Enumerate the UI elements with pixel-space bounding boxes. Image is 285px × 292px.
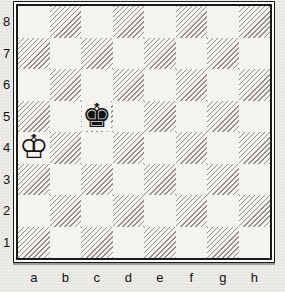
square-b6[interactable] bbox=[50, 69, 82, 101]
square-e8[interactable] bbox=[144, 6, 176, 38]
file-label-h: h bbox=[239, 270, 271, 289]
file-label-f: f bbox=[176, 270, 208, 289]
square-f8[interactable] bbox=[176, 6, 208, 38]
file-label-e: e bbox=[144, 270, 176, 289]
square-g2[interactable] bbox=[207, 195, 239, 227]
square-a1[interactable] bbox=[18, 227, 50, 259]
square-h5[interactable] bbox=[239, 101, 271, 133]
square-h8[interactable] bbox=[239, 6, 271, 38]
square-g5[interactable] bbox=[207, 101, 239, 133]
rank-label-2: 2 bbox=[0, 195, 13, 227]
square-f2[interactable] bbox=[176, 195, 208, 227]
board-border: ♚♔ bbox=[13, 1, 275, 263]
square-g7[interactable] bbox=[207, 38, 239, 70]
square-h1[interactable] bbox=[239, 227, 271, 259]
square-f5[interactable] bbox=[176, 101, 208, 133]
square-c7[interactable] bbox=[81, 38, 113, 70]
square-c2[interactable] bbox=[81, 195, 113, 227]
file-label-b: b bbox=[50, 270, 82, 289]
square-g4[interactable] bbox=[207, 132, 239, 164]
square-h3[interactable] bbox=[239, 164, 271, 196]
square-d7[interactable] bbox=[113, 38, 145, 70]
black-king[interactable]: ♚ bbox=[82, 101, 111, 131]
square-b5[interactable] bbox=[50, 101, 82, 133]
rank-labels: 87654321 bbox=[0, 1, 13, 263]
square-d3[interactable] bbox=[113, 164, 145, 196]
file-label-c: c bbox=[81, 270, 113, 289]
square-a6[interactable] bbox=[18, 69, 50, 101]
square-e4[interactable] bbox=[144, 132, 176, 164]
square-g8[interactable] bbox=[207, 6, 239, 38]
square-f6[interactable] bbox=[176, 69, 208, 101]
square-e3[interactable] bbox=[144, 164, 176, 196]
square-g1[interactable] bbox=[207, 227, 239, 259]
square-f7[interactable] bbox=[176, 38, 208, 70]
square-d6[interactable] bbox=[113, 69, 145, 101]
square-g3[interactable] bbox=[207, 164, 239, 196]
rank-label-5: 5 bbox=[0, 101, 13, 133]
square-a4[interactable]: ♔ bbox=[18, 132, 50, 164]
square-e1[interactable] bbox=[144, 227, 176, 259]
square-f3[interactable] bbox=[176, 164, 208, 196]
rank-label-6: 6 bbox=[0, 69, 13, 101]
square-h6[interactable] bbox=[239, 69, 271, 101]
file-labels: abcdefgh bbox=[13, 270, 275, 289]
square-b2[interactable] bbox=[50, 195, 82, 227]
square-f1[interactable] bbox=[176, 227, 208, 259]
rank-label-3: 3 bbox=[0, 164, 13, 196]
square-d1[interactable] bbox=[113, 227, 145, 259]
square-d2[interactable] bbox=[113, 195, 145, 227]
square-f4[interactable] bbox=[176, 132, 208, 164]
square-h4[interactable] bbox=[239, 132, 271, 164]
file-label-a: a bbox=[18, 270, 50, 289]
square-d5[interactable] bbox=[113, 101, 145, 133]
square-e7[interactable] bbox=[144, 38, 176, 70]
rank-label-7: 7 bbox=[0, 38, 13, 70]
square-c1[interactable] bbox=[81, 227, 113, 259]
square-a8[interactable] bbox=[18, 6, 50, 38]
square-b4[interactable] bbox=[50, 132, 82, 164]
square-a7[interactable] bbox=[18, 38, 50, 70]
rank-label-4: 4 bbox=[0, 132, 13, 164]
rank-label-8: 8 bbox=[0, 6, 13, 38]
square-e6[interactable] bbox=[144, 69, 176, 101]
square-c8[interactable] bbox=[81, 6, 113, 38]
square-g6[interactable] bbox=[207, 69, 239, 101]
square-h7[interactable] bbox=[239, 38, 271, 70]
square-a3[interactable] bbox=[18, 164, 50, 196]
file-label-g: g bbox=[207, 270, 239, 289]
square-b8[interactable] bbox=[50, 6, 82, 38]
square-b3[interactable] bbox=[50, 164, 82, 196]
white-king[interactable]: ♔ bbox=[19, 133, 48, 163]
square-e2[interactable] bbox=[144, 195, 176, 227]
file-label-d: d bbox=[113, 270, 145, 289]
chess-board: ♚♔ bbox=[16, 4, 272, 260]
scanned-diagram-page: 87654321 ♚♔ abcdefgh bbox=[0, 0, 285, 292]
square-d4[interactable] bbox=[113, 132, 145, 164]
square-c5[interactable]: ♚ bbox=[81, 101, 113, 133]
square-h2[interactable] bbox=[239, 195, 271, 227]
square-d8[interactable] bbox=[113, 6, 145, 38]
square-b1[interactable] bbox=[50, 227, 82, 259]
rank-label-1: 1 bbox=[0, 227, 13, 259]
square-e5[interactable] bbox=[144, 101, 176, 133]
square-c4[interactable] bbox=[81, 132, 113, 164]
square-a2[interactable] bbox=[18, 195, 50, 227]
square-c3[interactable] bbox=[81, 164, 113, 196]
square-b7[interactable] bbox=[50, 38, 82, 70]
chess-diagram: 87654321 ♚♔ abcdefgh bbox=[0, 1, 275, 289]
